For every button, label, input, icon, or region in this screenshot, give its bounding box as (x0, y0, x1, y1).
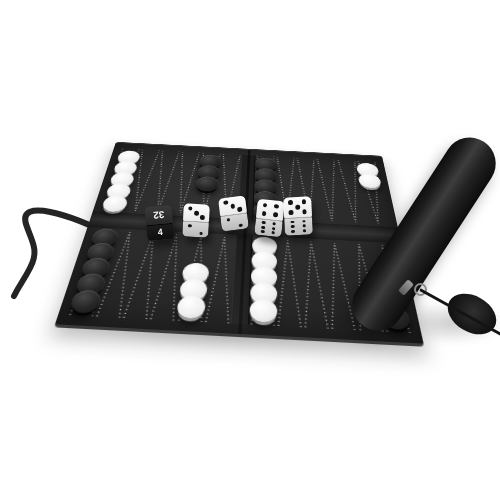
checker-stack-point-19 (253, 157, 277, 220)
product-photo-canvas: 324 (0, 0, 500, 500)
checker-black[interactable] (195, 176, 219, 192)
checker-stack-point-6 (249, 236, 277, 323)
point-19[interactable] (253, 156, 276, 221)
checker-white[interactable] (358, 173, 382, 188)
checker-white[interactable] (249, 299, 277, 323)
checker-stack-point-24 (356, 163, 382, 189)
checker-white[interactable] (176, 295, 206, 319)
checker-black[interactable] (253, 203, 277, 220)
point-6[interactable] (249, 236, 276, 326)
